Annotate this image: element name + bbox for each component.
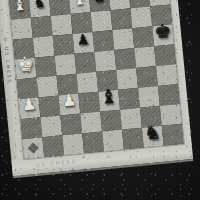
square-b2[interactable] [40,115,62,137]
square-e7[interactable] [91,10,113,32]
square-f7[interactable] [110,8,132,30]
square-c2[interactable] [60,114,82,136]
square-d5[interactable] [74,52,96,74]
square-b5[interactable] [35,56,57,78]
square-f5[interactable] [114,48,136,70]
square-c5[interactable] [55,54,77,76]
square-d1[interactable] [82,132,104,154]
square-g6[interactable] [132,26,154,48]
piece-white-pawn-a3[interactable]: ♟ [18,94,40,116]
square-h3[interactable] [158,84,180,106]
square-e6[interactable] [92,30,114,52]
piece-black-knight-g1[interactable]: ♞ [142,122,164,144]
square-b4[interactable] [37,76,59,98]
square-b6[interactable] [33,36,55,58]
board-brand-text-vertical: © US CHESS [3,36,14,84]
square-f2[interactable] [120,108,142,130]
chessboard-photo-scene: © US CHESS US CHESS ❖♝♞♝♟♟♚♚♟♟♝♞ [0,0,200,200]
square-h4[interactable] [156,64,178,86]
square-e5[interactable] [94,50,116,72]
square-g3[interactable] [138,86,160,108]
square-d4[interactable] [76,72,98,94]
piece-white-king-a5[interactable]: ♚ [14,54,36,76]
square-g5[interactable] [134,46,156,68]
square-b1[interactable] [42,135,64,157]
square-h5[interactable] [154,44,176,66]
square-a2[interactable] [21,117,43,139]
square-g7[interactable] [130,6,152,28]
piece-black-king-h6[interactable]: ♚ [152,21,174,43]
square-d3[interactable] [78,92,100,114]
square-g4[interactable] [136,66,158,88]
square-c7[interactable] [51,14,73,36]
square-a7[interactable] [11,18,33,40]
piece-black-knight-b8[interactable]: ♞ [29,0,51,14]
corner-ornament-icon: ❖ [22,137,44,159]
square-f1[interactable] [122,128,144,150]
square-f6[interactable] [112,28,134,50]
piece-white-bishop-a8[interactable]: ♝ [9,0,31,16]
board-grid: ❖♝♞♝♟♟♚♚♟♟♝♞ [9,0,184,159]
square-c6[interactable] [53,34,75,56]
piece-white-pawn-c3[interactable]: ♟ [58,90,80,112]
square-h2[interactable] [160,104,182,126]
square-e2[interactable] [100,110,122,132]
piece-black-bishop-e3[interactable]: ♝ [98,86,120,108]
piece-black-pawn-d6[interactable]: ♟ [72,28,94,50]
square-e1[interactable] [102,130,124,152]
square-h1[interactable] [162,124,184,146]
square-b7[interactable] [31,16,53,38]
square-f3[interactable] [118,88,140,110]
chess-board: © US CHESS US CHESS ❖♝♞♝♟♟♚♚♟♟♝♞ [0,0,193,176]
square-b3[interactable] [39,96,61,118]
square-f4[interactable] [116,68,138,90]
square-a1[interactable]: ❖ [22,137,44,159]
square-d2[interactable] [80,112,102,134]
board-brand-text-bottom: US CHESS [36,158,78,168]
square-c1[interactable] [62,133,84,155]
